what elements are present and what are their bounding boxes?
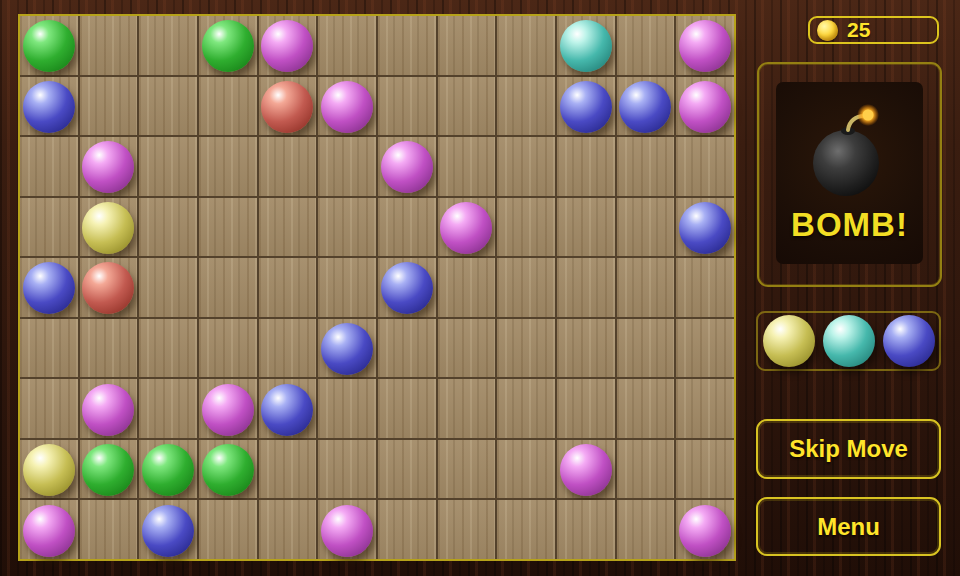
board-cell[interactable] [139,258,197,317]
board-cell[interactable] [378,77,436,136]
ball-magenta[interactable] [381,141,433,193]
board-cell[interactable] [378,500,436,559]
board-cell[interactable] [80,137,138,196]
board-cell[interactable] [378,198,436,257]
board-cell[interactable] [497,258,555,317]
board-cell[interactable] [20,440,78,499]
ball-blue[interactable] [23,81,75,133]
ball-magenta[interactable] [202,384,254,436]
ball-magenta[interactable] [440,202,492,254]
ball-magenta[interactable] [23,505,75,557]
board-cell[interactable] [199,258,257,317]
board-cell[interactable] [20,198,78,257]
ball-magenta[interactable] [82,141,134,193]
board-cell[interactable] [617,440,675,499]
board-cell[interactable] [318,198,376,257]
board-cell[interactable] [497,137,555,196]
ball-blue[interactable] [560,81,612,133]
ball-red[interactable] [261,81,313,133]
board-cell[interactable] [438,16,496,75]
board-cell[interactable] [318,500,376,559]
board-cell[interactable] [438,500,496,559]
board-cell[interactable] [259,77,317,136]
bomb-powerup-panel[interactable]: BOMB! [757,62,942,287]
board-cell[interactable] [378,137,436,196]
board-cell[interactable] [199,16,257,75]
board-cell[interactable] [497,319,555,378]
bomb-panel-inner: BOMB! [776,82,923,264]
board-cell[interactable] [497,16,555,75]
ball-magenta[interactable] [679,81,731,133]
ball-yellow[interactable] [82,202,134,254]
board-cell[interactable] [139,379,197,438]
game-screen: 25 [0,0,960,576]
board-cell[interactable] [438,440,496,499]
board-cell[interactable] [617,319,675,378]
board-cell[interactable] [80,379,138,438]
ball-yellow[interactable] [23,444,75,496]
board-cell[interactable] [676,379,734,438]
board-cell[interactable] [20,319,78,378]
board-cell[interactable] [139,500,197,559]
ball-blue[interactable] [619,81,671,133]
board-cell[interactable] [497,440,555,499]
board-cell[interactable] [438,319,496,378]
board-cell[interactable] [378,16,436,75]
board-cell[interactable] [557,198,615,257]
board-cell[interactable] [20,379,78,438]
ball-blue[interactable] [679,202,731,254]
ball-magenta[interactable] [321,505,373,557]
board-cell[interactable] [676,77,734,136]
board-cell[interactable] [199,198,257,257]
board-cell[interactable] [676,258,734,317]
ball-green[interactable] [23,20,75,72]
board-cell[interactable] [557,500,615,559]
board-cell[interactable] [199,379,257,438]
coin-icon [817,20,838,41]
board-cell[interactable] [557,440,615,499]
board-cell[interactable] [676,198,734,257]
ball-magenta[interactable] [560,444,612,496]
ball-red[interactable] [82,262,134,314]
board-cell[interactable] [318,379,376,438]
board-cell[interactable] [617,137,675,196]
ball-magenta[interactable] [321,81,373,133]
board-cell[interactable] [80,258,138,317]
board-cell[interactable] [318,137,376,196]
board-cell[interactable] [378,258,436,317]
ball-blue[interactable] [142,505,194,557]
skip-move-button[interactable]: Skip Move [756,419,941,479]
board-cell[interactable] [378,379,436,438]
board-cell[interactable] [318,440,376,499]
board-cell[interactable] [318,258,376,317]
next-ball-yellow [763,315,815,367]
board-cell[interactable] [259,198,317,257]
board-cell[interactable] [617,500,675,559]
board-cell[interactable] [557,319,615,378]
board-cell[interactable] [318,319,376,378]
board-cell[interactable] [139,137,197,196]
board-cell[interactable] [676,16,734,75]
board-cell[interactable] [617,198,675,257]
board-cell[interactable] [497,500,555,559]
next-ball-blue [883,315,935,367]
ball-magenta[interactable] [82,384,134,436]
board-cell[interactable] [139,16,197,75]
board-cell[interactable] [199,440,257,499]
board-cell[interactable] [617,77,675,136]
ball-green[interactable] [82,444,134,496]
board-cell[interactable] [80,77,138,136]
menu-button[interactable]: Menu [756,497,941,556]
ball-blue[interactable] [321,323,373,375]
board-cell[interactable] [617,258,675,317]
board-cell[interactable] [20,77,78,136]
ball-green[interactable] [202,444,254,496]
ball-magenta[interactable] [679,505,731,557]
board-cell[interactable] [259,319,317,378]
ball-green[interactable] [202,20,254,72]
board-cell[interactable] [378,319,436,378]
board-cell[interactable] [199,500,257,559]
board-cell[interactable] [497,77,555,136]
board-cell[interactable] [438,137,496,196]
board-cell[interactable] [617,16,675,75]
board-cell[interactable] [20,137,78,196]
board-cell[interactable] [676,319,734,378]
board-cell[interactable] [259,258,317,317]
board-cell[interactable] [557,379,615,438]
board-cell[interactable] [80,319,138,378]
board-cell[interactable] [139,77,197,136]
next-ball-teal [823,315,875,367]
board-cell[interactable] [199,319,257,378]
board-cell[interactable] [318,16,376,75]
board-cell[interactable] [676,500,734,559]
board-cell[interactable] [199,137,257,196]
board-cell[interactable] [378,440,436,499]
board-cell[interactable] [199,77,257,136]
board-cell[interactable] [80,16,138,75]
coin-counter: 25 [808,16,939,44]
board-cell[interactable] [139,198,197,257]
board-cell[interactable] [557,258,615,317]
board-cell[interactable] [259,16,317,75]
board-cell[interactable] [80,500,138,559]
board-cell[interactable] [557,137,615,196]
board-cell[interactable] [438,258,496,317]
board-cell[interactable] [20,500,78,559]
bomb-label: BOMB! [791,206,908,244]
ball-green[interactable] [142,444,194,496]
board-cell[interactable] [20,16,78,75]
board-cell[interactable] [80,440,138,499]
board-cell[interactable] [557,77,615,136]
board-cell[interactable] [676,440,734,499]
bomb-icon [802,94,898,204]
board-cell[interactable] [438,198,496,257]
board-cell[interactable] [139,440,197,499]
board-cell[interactable] [259,440,317,499]
board-cell[interactable] [318,77,376,136]
board-cell[interactable] [617,379,675,438]
ball-blue[interactable] [23,262,75,314]
board-cell[interactable] [20,258,78,317]
ball-magenta[interactable] [261,20,313,72]
ball-blue[interactable] [261,384,313,436]
board-cell[interactable] [497,379,555,438]
ball-teal[interactable] [560,20,612,72]
ball-magenta[interactable] [679,20,731,72]
next-balls-preview [756,311,941,371]
game-board[interactable] [18,14,736,561]
board-cell[interactable] [438,77,496,136]
coin-count: 25 [847,18,870,42]
board-cell[interactable] [438,379,496,438]
board-cell[interactable] [80,198,138,257]
board-cell[interactable] [259,379,317,438]
board-cell[interactable] [259,500,317,559]
board-cell[interactable] [676,137,734,196]
ball-blue[interactable] [381,262,433,314]
board-cell[interactable] [139,319,197,378]
board-cell[interactable] [259,137,317,196]
board-cell[interactable] [497,198,555,257]
board-cell[interactable] [557,16,615,75]
